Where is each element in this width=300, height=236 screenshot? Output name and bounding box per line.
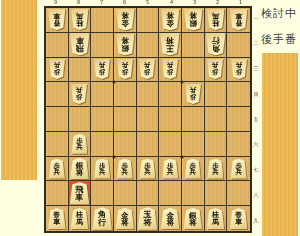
cell-7-2[interactable] [91, 33, 114, 58]
cell-5-7[interactable]: 歩兵 [137, 157, 160, 182]
cell-9-4[interactable] [46, 82, 69, 107]
piece-fuhyo-sente[interactable]: 歩兵 [94, 159, 110, 179]
cell-6-3[interactable]: 歩兵 [114, 58, 137, 83]
star-point [112, 155, 115, 158]
cell-3-3[interactable] [182, 58, 205, 83]
cell-8-3[interactable] [69, 58, 92, 83]
piece-kyosha-gote[interactable]: 香車 [48, 9, 66, 30]
cell-8-9[interactable]: 桂馬 [69, 206, 92, 231]
cell-6-9[interactable]: 金将 [114, 206, 137, 231]
file-label: 3 [187, 0, 201, 4]
cell-1-7[interactable]: 歩兵 [227, 157, 250, 182]
cell-1-9[interactable]: 香車 [227, 206, 250, 231]
cell-3-1[interactable]: 銀将 [182, 8, 205, 33]
cell-4-1[interactable]: 金将 [159, 8, 182, 33]
cell-2-4[interactable] [205, 82, 228, 107]
cell-7-7[interactable]: 歩兵 [91, 157, 114, 182]
piece-kakugyo-sente[interactable]: 角行 [92, 207, 112, 230]
gote-piece-tray [1, 0, 37, 180]
piece-fuhyo-gote[interactable]: 歩兵 [94, 59, 110, 79]
cell-9-1[interactable]: 香車 [46, 8, 69, 33]
piece-fuhyo-gote[interactable]: 歩兵 [162, 59, 178, 79]
cell-6-5[interactable] [114, 107, 137, 132]
cell-9-9[interactable]: 香車 [46, 206, 69, 231]
turn-indicator: 後手番 [261, 32, 300, 47]
cell-2-2[interactable]: 角行 [205, 33, 228, 58]
file-label: 6 [118, 0, 132, 4]
cell-5-2[interactable] [137, 33, 160, 58]
rank-label: 五 [254, 112, 259, 128]
cell-6-4[interactable] [114, 82, 137, 107]
cell-1-3[interactable]: 歩兵 [227, 58, 250, 83]
shogi-analysis-screen: 987654321 香車桂馬金将金将銀将桂馬香車飛車銀将王将角行歩兵歩兵歩兵歩兵… [0, 0, 300, 236]
cell-8-1[interactable]: 桂馬 [69, 8, 92, 33]
cell-9-3[interactable]: 歩兵 [46, 58, 69, 83]
file-label: 2 [210, 0, 224, 4]
piece-kyosha-sente[interactable]: 香車 [230, 208, 248, 229]
cell-3-5[interactable] [182, 107, 205, 132]
cell-5-3[interactable]: 歩兵 [137, 58, 160, 83]
sente-piece-tray [262, 53, 298, 236]
cell-5-8[interactable] [137, 181, 160, 206]
cell-2-7[interactable]: 歩兵 [205, 157, 228, 182]
piece-fuhyo-gote[interactable]: 歩兵 [71, 84, 87, 104]
cell-1-6[interactable] [227, 132, 250, 157]
piece-fuhyo-sente[interactable]: 歩兵 [49, 159, 65, 179]
star-point [112, 81, 115, 84]
cell-5-9[interactable]: 玉将 [137, 206, 160, 231]
status-panel: 検討中 後手番 [261, 6, 300, 58]
cell-4-4[interactable] [159, 82, 182, 107]
piece-fuhyo-gote[interactable]: 歩兵 [185, 84, 201, 104]
cell-9-7[interactable]: 歩兵 [46, 157, 69, 182]
piece-osho-gote[interactable]: 王将 [160, 33, 180, 56]
piece-keima-gote[interactable]: 桂馬 [207, 9, 225, 30]
piece-hisha-sente[interactable]: 飛車 [70, 182, 90, 205]
piece-gyokusho-sente[interactable]: 玉将 [138, 207, 158, 230]
cell-4-3[interactable]: 歩兵 [159, 58, 182, 83]
cell-1-8[interactable] [227, 181, 250, 206]
piece-fuhyo-gote[interactable]: 歩兵 [117, 59, 133, 79]
piece-ginsho-gote[interactable]: 銀将 [184, 9, 203, 31]
cell-4-2[interactable]: 王将 [159, 33, 182, 58]
piece-kyosha-sente[interactable]: 香車 [48, 208, 66, 229]
cell-4-9[interactable]: 金将 [159, 206, 182, 231]
cell-7-3[interactable]: 歩兵 [91, 58, 114, 83]
rank-label: 一 [254, 11, 259, 27]
cell-7-4[interactable] [91, 82, 114, 107]
cell-5-5[interactable] [137, 107, 160, 132]
cell-7-5[interactable] [91, 107, 114, 132]
piece-fuhyo-gote[interactable]: 歩兵 [139, 59, 155, 79]
cell-1-5[interactable] [227, 107, 250, 132]
rank-label: 四 [254, 86, 259, 102]
cell-8-2[interactable]: 飛車 [69, 33, 92, 58]
cell-9-2[interactable] [46, 33, 69, 58]
cell-7-1[interactable] [91, 8, 114, 33]
piece-fuhyo-sente[interactable]: 歩兵 [207, 159, 223, 179]
piece-fuhyo-sente[interactable]: 歩兵 [117, 159, 133, 179]
piece-ginsho-sente[interactable]: 銀将 [70, 158, 89, 180]
cell-2-3[interactable]: 歩兵 [205, 58, 228, 83]
file-label: 4 [164, 0, 178, 4]
piece-kinsho-gote[interactable]: 金将 [116, 9, 135, 31]
piece-fuhyo-sente[interactable]: 歩兵 [71, 134, 87, 154]
rank-label: 六 [254, 137, 259, 153]
cell-1-1[interactable]: 香車 [227, 8, 250, 33]
piece-kakugyo-gote[interactable]: 角行 [206, 33, 226, 56]
cell-7-6[interactable] [91, 132, 114, 157]
piece-fuhyo-sente[interactable]: 歩兵 [139, 159, 155, 179]
cell-6-7[interactable]: 歩兵 [114, 157, 137, 182]
rank-label: 九 [254, 213, 259, 229]
cell-3-7[interactable]: 歩兵 [182, 157, 205, 182]
star-point [181, 155, 184, 158]
cell-3-2[interactable] [182, 33, 205, 58]
cell-4-7[interactable]: 歩兵 [159, 157, 182, 182]
star-point [181, 81, 184, 84]
status-label: 検討中 [261, 6, 300, 21]
file-label: 8 [72, 0, 86, 4]
cell-6-6[interactable] [114, 132, 137, 157]
cell-2-9[interactable]: 桂馬 [205, 206, 228, 231]
cell-4-6[interactable] [159, 132, 182, 157]
cell-4-5[interactable] [159, 107, 182, 132]
file-label: 9 [48, 0, 62, 4]
rank-label: 三 [254, 61, 259, 77]
cell-6-1[interactable]: 金将 [114, 8, 137, 33]
cell-1-4[interactable] [227, 82, 250, 107]
rank-label: 二 [254, 36, 259, 52]
cell-3-9[interactable]: 銀将 [182, 206, 205, 231]
cell-5-6[interactable] [137, 132, 160, 157]
piece-keima-gote[interactable]: 桂馬 [71, 9, 89, 30]
cell-9-5[interactable] [46, 107, 69, 132]
cell-3-6[interactable] [182, 132, 205, 157]
cell-3-4[interactable]: 歩兵 [182, 82, 205, 107]
piece-keima-sente[interactable]: 桂馬 [71, 208, 89, 229]
piece-hisha-gote[interactable]: 飛車 [70, 33, 90, 56]
piece-fuhyo-gote[interactable]: 歩兵 [231, 59, 247, 79]
cell-5-4[interactable] [137, 82, 160, 107]
piece-ginsho-gote[interactable]: 銀将 [116, 34, 135, 56]
rank-label: 七 [254, 162, 259, 178]
piece-kinsho-gote[interactable]: 金将 [161, 9, 180, 31]
piece-ginsho-sente[interactable]: 銀将 [184, 208, 203, 230]
cell-9-8[interactable] [46, 181, 69, 206]
piece-fuhyo-sente[interactable]: 歩兵 [185, 159, 201, 179]
piece-kinsho-sente[interactable]: 金将 [116, 208, 135, 230]
cell-6-8[interactable] [114, 181, 137, 206]
cell-2-8[interactable] [205, 181, 228, 206]
cell-6-2[interactable]: 銀将 [114, 33, 137, 58]
cell-1-2[interactable] [227, 33, 250, 58]
cell-4-8[interactable] [159, 181, 182, 206]
cell-9-6[interactable] [46, 132, 69, 157]
piece-fuhyo-sente[interactable]: 歩兵 [231, 159, 247, 179]
cell-2-5[interactable] [205, 107, 228, 132]
file-label: 5 [141, 0, 155, 4]
cell-5-1[interactable] [137, 8, 160, 33]
cell-7-8[interactable] [91, 181, 114, 206]
piece-fuhyo-gote[interactable]: 歩兵 [207, 59, 223, 79]
cell-8-8[interactable]: 飛車 [69, 181, 92, 206]
piece-fuhyo-sente[interactable]: 歩兵 [162, 159, 178, 179]
rank-labels: 一二三四五六七八九 [252, 6, 260, 233]
piece-kinsho-sente[interactable]: 金将 [161, 208, 180, 230]
piece-kyosha-gote[interactable]: 香車 [230, 9, 248, 30]
file-label: 7 [95, 0, 109, 4]
cell-8-5[interactable] [69, 107, 92, 132]
file-label: 1 [233, 0, 247, 4]
cell-2-1[interactable]: 桂馬 [205, 8, 228, 33]
shogi-board: 香車桂馬金将金将銀将桂馬香車飛車銀将王将角行歩兵歩兵歩兵歩兵歩兵歩兵歩兵歩兵歩兵… [44, 6, 252, 233]
cell-7-9[interactable]: 角行 [91, 206, 114, 231]
cell-8-4[interactable]: 歩兵 [69, 82, 92, 107]
rank-label: 八 [254, 187, 259, 203]
cell-3-8[interactable] [182, 181, 205, 206]
cell-8-6[interactable]: 歩兵 [69, 132, 92, 157]
cell-2-6[interactable] [205, 132, 228, 157]
cell-8-7[interactable]: 銀将 [69, 157, 92, 182]
piece-keima-sente[interactable]: 桂馬 [207, 208, 225, 229]
piece-fuhyo-gote[interactable]: 歩兵 [49, 59, 65, 79]
